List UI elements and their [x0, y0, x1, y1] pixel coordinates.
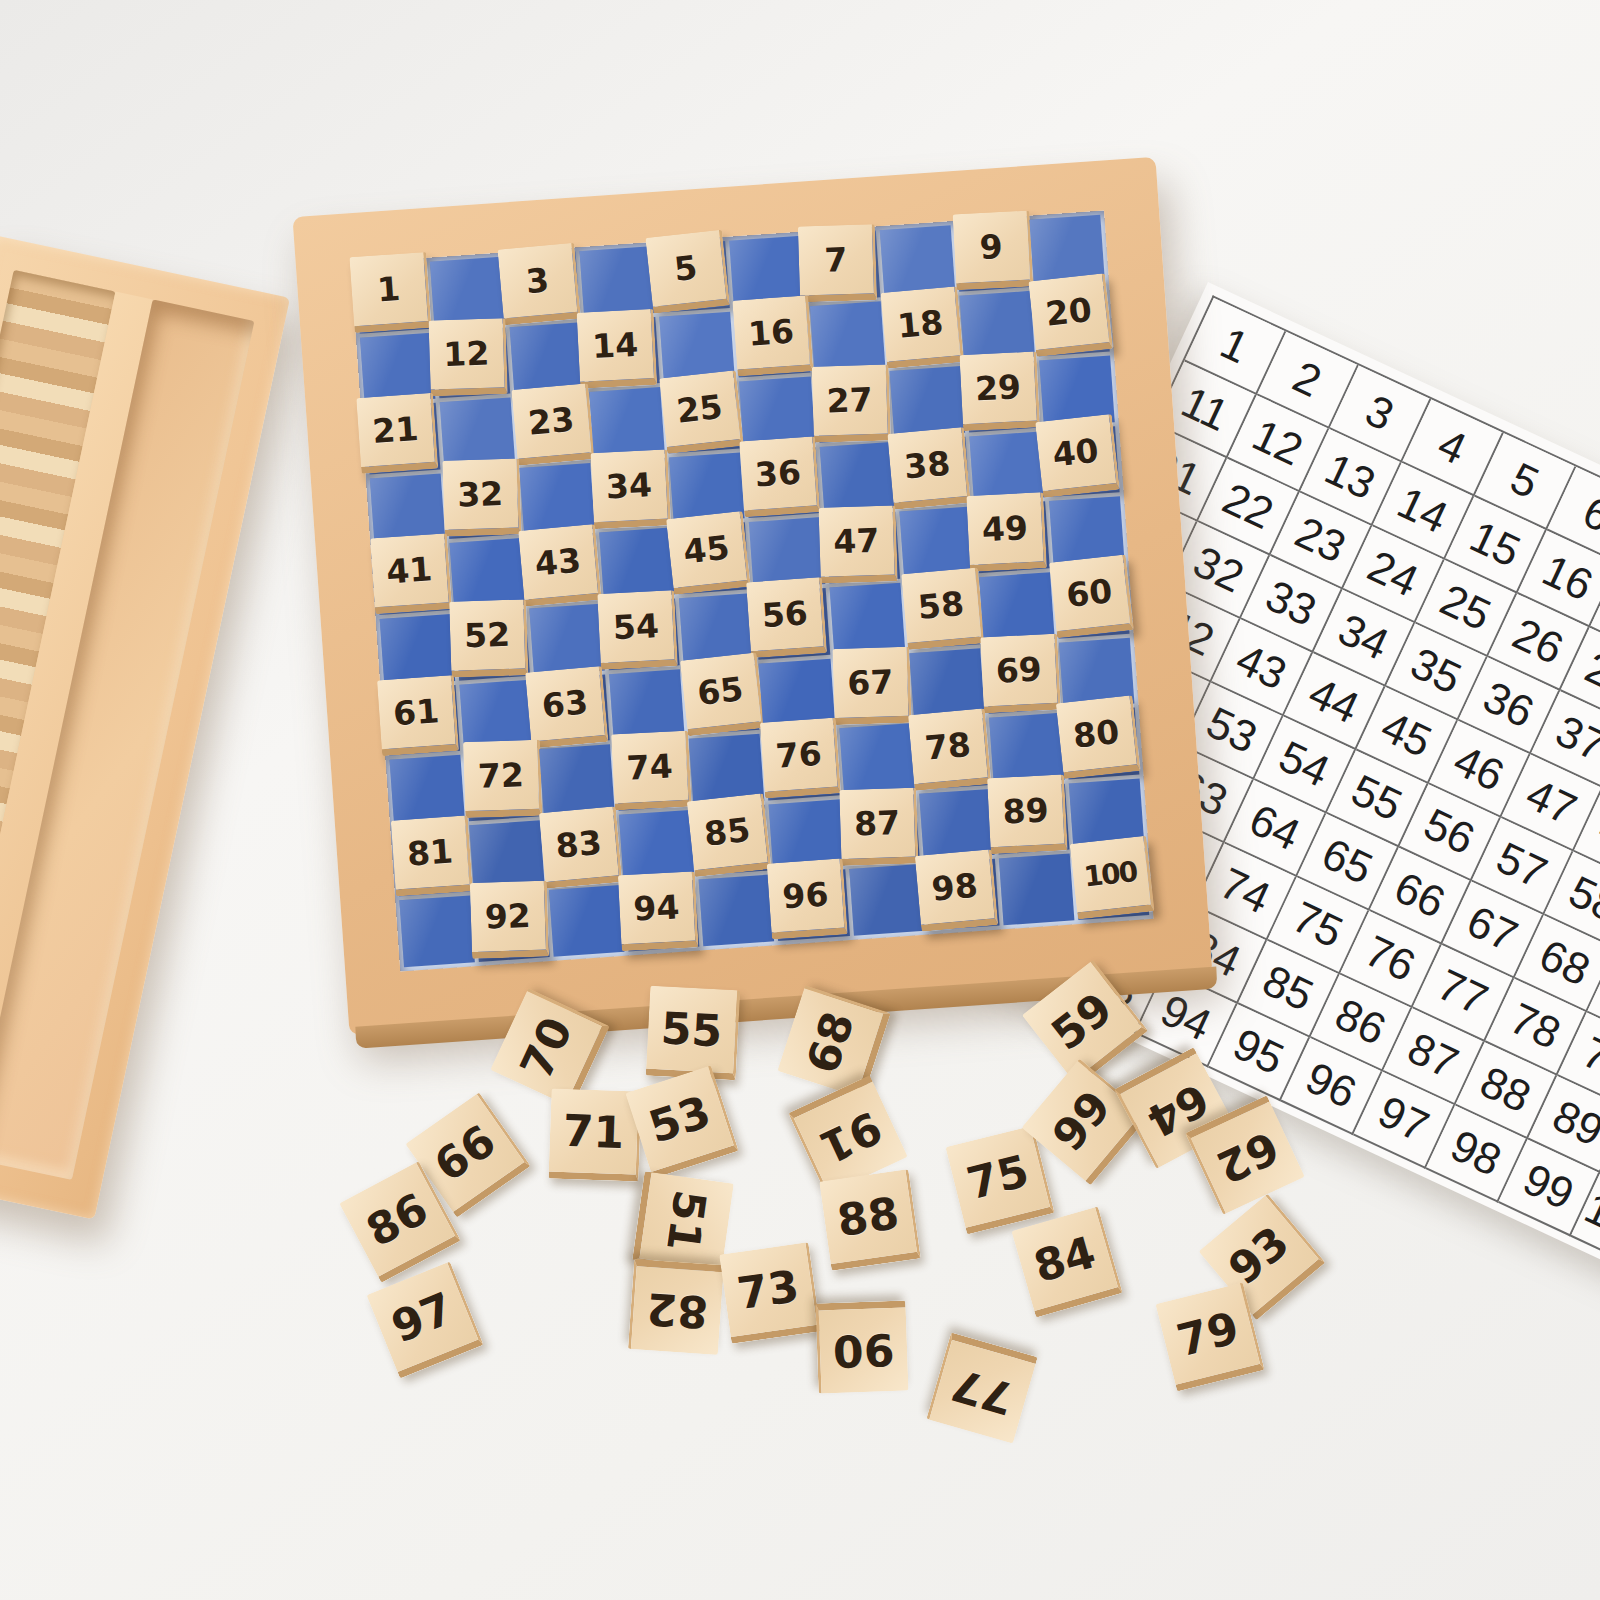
loose-tile-84[interactable]: 84: [1011, 1206, 1122, 1317]
loose-tile-73[interactable]: 73: [719, 1242, 821, 1344]
loose-tile-68[interactable]: 68: [777, 985, 890, 1098]
loose-tile-90[interactable]: 90: [815, 1300, 908, 1393]
loose-tile-77[interactable]: 77: [926, 1332, 1037, 1443]
loose-tile-53[interactable]: 53: [625, 1065, 738, 1178]
scene: 1234567891011121314151617181920212223242…: [0, 0, 1600, 1600]
loose-tile-51[interactable]: 51: [632, 1171, 734, 1273]
loose-tiles-layer: 7055686671539186975188758273907759996462…: [0, 0, 1600, 1600]
loose-tile-55[interactable]: 55: [646, 986, 741, 1081]
loose-tile-82[interactable]: 82: [628, 1259, 724, 1355]
loose-tile-88[interactable]: 88: [819, 1169, 921, 1271]
